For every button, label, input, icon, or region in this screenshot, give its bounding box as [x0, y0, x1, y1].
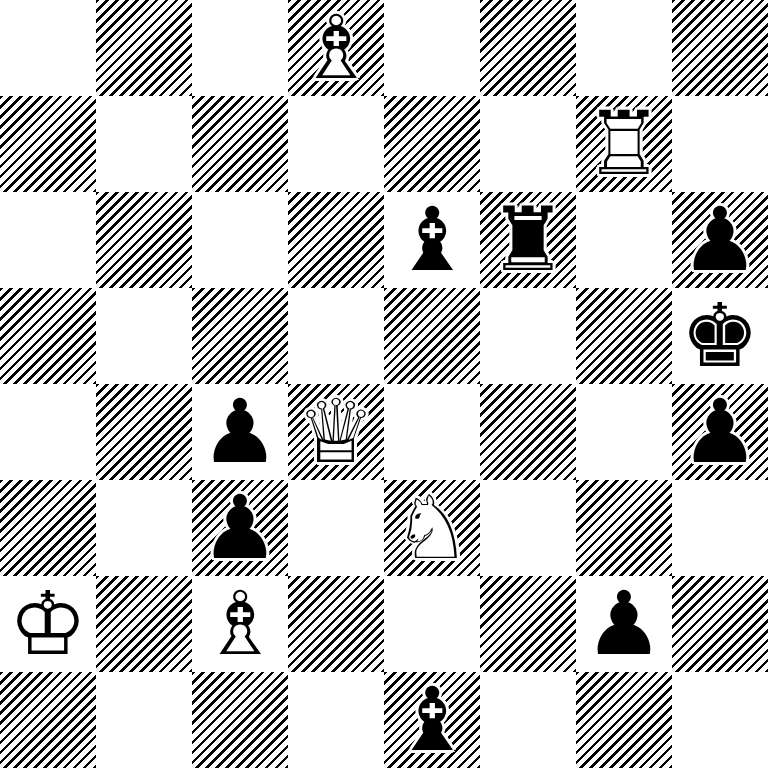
chess-board: ♝♗♜♖♝♜♟♚♟♛♕♟♟♞♘♚♔♝♗♟♝ [0, 0, 768, 768]
black-king-icon: ♚ [672, 288, 768, 384]
black-bishop-icon: ♝ [384, 192, 480, 288]
white-king-fill: ♚ [0, 576, 96, 672]
square-g3[interactable] [576, 480, 672, 576]
square-c8[interactable] [192, 0, 288, 96]
white-bishop-fill: ♝ [192, 576, 288, 672]
square-a2[interactable]: ♚♔ [0, 576, 96, 672]
square-c2[interactable]: ♝♗ [192, 576, 288, 672]
square-h5[interactable]: ♚ [672, 288, 768, 384]
black-bishop-icon: ♝ [384, 672, 480, 768]
square-g2[interactable]: ♟ [576, 576, 672, 672]
square-d4[interactable]: ♛♕ [288, 384, 384, 480]
white-rook-icon: ♖ [576, 96, 672, 192]
square-b7[interactable] [96, 96, 192, 192]
white-bishop-icon: ♗ [288, 0, 384, 96]
square-e1[interactable]: ♝ [384, 672, 480, 768]
square-f7[interactable] [480, 96, 576, 192]
square-c1[interactable] [192, 672, 288, 768]
square-h7[interactable] [672, 96, 768, 192]
white-bishop-icon: ♗ [192, 576, 288, 672]
square-a6[interactable] [0, 192, 96, 288]
square-b3[interactable] [96, 480, 192, 576]
square-c7[interactable] [192, 96, 288, 192]
square-b6[interactable] [96, 192, 192, 288]
black-pawn-icon: ♟ [192, 480, 288, 576]
square-d7[interactable] [288, 96, 384, 192]
square-a4[interactable] [0, 384, 96, 480]
square-h8[interactable] [672, 0, 768, 96]
square-h3[interactable] [672, 480, 768, 576]
square-b4[interactable] [96, 384, 192, 480]
square-d1[interactable] [288, 672, 384, 768]
square-a3[interactable] [0, 480, 96, 576]
square-g6[interactable] [576, 192, 672, 288]
square-e2[interactable] [384, 576, 480, 672]
square-h4[interactable]: ♟ [672, 384, 768, 480]
black-pawn-icon: ♟ [192, 384, 288, 480]
square-d2[interactable] [288, 576, 384, 672]
square-c3[interactable]: ♟ [192, 480, 288, 576]
square-e4[interactable] [384, 384, 480, 480]
square-e5[interactable] [384, 288, 480, 384]
square-e6[interactable]: ♝ [384, 192, 480, 288]
square-d5[interactable] [288, 288, 384, 384]
square-h6[interactable]: ♟ [672, 192, 768, 288]
square-d6[interactable] [288, 192, 384, 288]
square-a7[interactable] [0, 96, 96, 192]
square-f8[interactable] [480, 0, 576, 96]
chess-diagram: ♝♗♜♖♝♜♟♚♟♛♕♟♟♞♘♚♔♝♗♟♝ [0, 0, 768, 768]
black-pawn-icon: ♟ [672, 192, 768, 288]
square-d3[interactable] [288, 480, 384, 576]
white-rook-fill: ♜ [576, 96, 672, 192]
white-queen-icon: ♕ [288, 384, 384, 480]
white-knight-icon: ♘ [384, 480, 480, 576]
square-e7[interactable] [384, 96, 480, 192]
black-pawn-icon: ♟ [576, 576, 672, 672]
square-b5[interactable] [96, 288, 192, 384]
square-c5[interactable] [192, 288, 288, 384]
square-b2[interactable] [96, 576, 192, 672]
square-e3[interactable]: ♞♘ [384, 480, 480, 576]
white-queen-fill: ♛ [288, 384, 384, 480]
square-a5[interactable] [0, 288, 96, 384]
square-b8[interactable] [96, 0, 192, 96]
square-h1[interactable] [672, 672, 768, 768]
square-c6[interactable] [192, 192, 288, 288]
square-g4[interactable] [576, 384, 672, 480]
square-e8[interactable] [384, 0, 480, 96]
square-f6[interactable]: ♜ [480, 192, 576, 288]
white-knight-fill: ♞ [384, 480, 480, 576]
square-h2[interactable] [672, 576, 768, 672]
square-a1[interactable] [0, 672, 96, 768]
square-f2[interactable] [480, 576, 576, 672]
square-f1[interactable] [480, 672, 576, 768]
square-g7[interactable]: ♜♖ [576, 96, 672, 192]
white-king-icon: ♔ [0, 576, 96, 672]
black-rook-icon: ♜ [480, 192, 576, 288]
square-f3[interactable] [480, 480, 576, 576]
square-g1[interactable] [576, 672, 672, 768]
square-d8[interactable]: ♝♗ [288, 0, 384, 96]
square-a8[interactable] [0, 0, 96, 96]
square-b1[interactable] [96, 672, 192, 768]
square-g5[interactable] [576, 288, 672, 384]
square-g8[interactable] [576, 0, 672, 96]
black-pawn-icon: ♟ [672, 384, 768, 480]
square-f5[interactable] [480, 288, 576, 384]
square-f4[interactable] [480, 384, 576, 480]
square-c4[interactable]: ♟ [192, 384, 288, 480]
white-bishop-fill: ♝ [288, 0, 384, 96]
